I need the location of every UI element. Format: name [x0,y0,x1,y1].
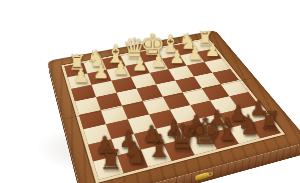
folding-chess-box: ♜♞♝♛♚♝♞♜♟♟♟♟♟♟♟♟♟♟♟♟♟♟♟♟♜♞♝♛♚♝♞♜ [47,30,300,183]
white-pawn[interactable]: ♟ [112,58,128,77]
white-pawn[interactable]: ♟ [93,62,110,81]
black-knight[interactable]: ♞ [122,138,148,167]
square[interactable] [111,77,136,93]
square[interactable] [92,81,117,97]
square[interactable]: ♟ [68,73,92,89]
white-pawn[interactable]: ♟ [169,48,185,66]
white-pawn[interactable]: ♟ [151,51,167,69]
white-pawn[interactable]: ♟ [205,41,221,59]
black-rook[interactable]: ♜ [99,147,123,174]
brass-clasp-front [195,172,209,181]
white-pawn[interactable]: ♟ [132,55,148,74]
clasp-ring-icon [207,172,213,177]
white-pawn[interactable]: ♟ [187,44,203,62]
white-pawn[interactable]: ♟ [73,66,90,85]
product-photo: ♜♞♝♛♚♝♞♜♟♟♟♟♟♟♟♟♟♟♟♟♟♟♟♟♜♞♝♛♚♝♞♜ [0,0,300,183]
black-rook[interactable]: ♜ [259,109,281,134]
scene-3d: ♜♞♝♛♚♝♞♜♟♟♟♟♟♟♟♟♟♟♟♟♟♟♟♟♜♞♝♛♚♝♞♜ [0,0,300,183]
square[interactable]: ♜ [93,156,124,180]
black-bishop[interactable]: ♝ [146,130,173,161]
